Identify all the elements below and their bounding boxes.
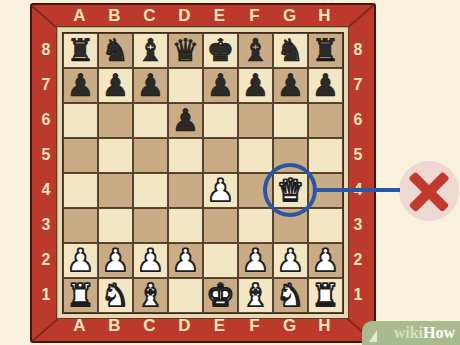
square-c2: ♟ [133,243,168,278]
rank-label-right-6: 6 [350,102,366,137]
square-c6 [133,103,168,138]
black-bishop: ♝ [242,35,270,66]
square-f8: ♝ [238,33,273,68]
square-a6 [63,103,98,138]
rank-label-left-6: 6 [38,102,54,137]
white-pawn: ♟ [137,245,165,276]
square-d5 [168,138,203,173]
black-pawn: ♟ [137,70,165,101]
file-label-bottom-b: B [97,316,132,336]
square-c3 [133,208,168,243]
square-d8: ♛ [168,33,203,68]
white-rook: ♜ [67,280,95,311]
square-h2: ♟ [308,243,343,278]
square-d2: ♟ [168,243,203,278]
square-h3 [308,208,343,243]
rank-label-left-3: 3 [38,207,54,242]
square-h7: ♟ [308,68,343,103]
black-pawn: ♟ [207,70,235,101]
black-knight: ♞ [102,35,130,66]
black-pawn: ♟ [242,70,270,101]
square-e1: ♚ [203,278,238,313]
square-a3 [63,208,98,243]
rank-label-right-3: 3 [350,207,366,242]
square-f1: ♝ [238,278,273,313]
square-d3 [168,208,203,243]
square-f7: ♟ [238,68,273,103]
square-e3 [203,208,238,243]
black-pawn: ♟ [312,70,340,101]
error-badge [399,161,459,221]
square-a8: ♜ [63,33,98,68]
white-knight: ♞ [102,280,130,311]
chess-illustration: ♜♞♝♛♚♝♞♜♟♟♟♟♟♟♟♟♟♛♟♟♟♟♟♟♟♜♞♝♚♝♞♜ AABBCCD… [0,0,460,345]
file-label-bottom-g: G [272,316,307,336]
black-pawn: ♟ [102,70,130,101]
black-bishop: ♝ [137,35,165,66]
file-label-top-g: G [272,6,307,26]
white-pawn: ♟ [172,245,200,276]
black-queen: ♛ [172,35,200,66]
rank-label-right-1: 1 [350,277,366,312]
square-b5 [98,138,133,173]
rank-label-right-8: 8 [350,32,366,67]
wikihow-watermark: wikiHow [362,321,460,345]
file-label-top-d: D [167,6,202,26]
square-e2 [203,243,238,278]
file-label-bottom-d: D [167,316,202,336]
square-d1 [168,278,203,313]
file-label-top-e: E [202,6,237,26]
rank-label-right-5: 5 [350,137,366,172]
square-c5 [133,138,168,173]
square-g7: ♟ [273,68,308,103]
black-rook: ♜ [67,35,95,66]
white-pawn: ♟ [102,245,130,276]
square-c4 [133,173,168,208]
square-e5 [203,138,238,173]
white-bishop: ♝ [242,280,270,311]
black-rook: ♜ [312,35,340,66]
square-h5 [308,138,343,173]
watermark-wiki-text: wiki [394,324,423,342]
square-h1: ♜ [308,278,343,313]
rank-label-left-2: 2 [38,242,54,277]
file-label-top-f: F [237,6,272,26]
white-rook: ♜ [312,280,340,311]
black-pawn: ♟ [277,70,305,101]
white-pawn: ♟ [312,245,340,276]
square-b2: ♟ [98,243,133,278]
watermark-curl-icon [369,330,377,342]
file-label-top-c: C [132,6,167,26]
file-label-bottom-f: F [237,316,272,336]
rank-label-left-4: 4 [38,172,54,207]
square-f5 [238,138,273,173]
file-label-bottom-c: C [132,316,167,336]
rank-label-left-5: 5 [38,137,54,172]
rank-label-right-7: 7 [350,67,366,102]
square-c1: ♝ [133,278,168,313]
square-b4 [98,173,133,208]
black-pawn: ♟ [172,105,200,136]
square-a2: ♟ [63,243,98,278]
square-f3 [238,208,273,243]
rank-label-left-7: 7 [38,67,54,102]
rank-label-right-2: 2 [350,242,366,277]
white-pawn: ♟ [277,245,305,276]
file-label-top-a: A [62,6,97,26]
white-king: ♚ [207,280,235,311]
square-b7: ♟ [98,68,133,103]
file-label-bottom-e: E [202,316,237,336]
queen-highlight-circle [263,163,317,217]
white-knight: ♞ [277,280,305,311]
file-label-bottom-h: H [307,316,342,336]
square-f2: ♟ [238,243,273,278]
rank-label-left-1: 1 [38,277,54,312]
black-king: ♚ [207,35,235,66]
square-b3 [98,208,133,243]
square-a1: ♜ [63,278,98,313]
callout-connector-line [316,188,400,193]
square-g2: ♟ [273,243,308,278]
square-h8: ♜ [308,33,343,68]
file-label-bottom-a: A [62,316,97,336]
watermark-how-text: How [423,324,455,342]
square-b1: ♞ [98,278,133,313]
square-h6 [308,103,343,138]
square-d7 [168,68,203,103]
square-g6 [273,103,308,138]
file-label-top-b: B [97,6,132,26]
square-f6 [238,103,273,138]
square-b8: ♞ [98,33,133,68]
black-pawn: ♟ [67,70,95,101]
square-e7: ♟ [203,68,238,103]
square-g1: ♞ [273,278,308,313]
square-a4 [63,173,98,208]
square-e8: ♚ [203,33,238,68]
rank-label-left-8: 8 [38,32,54,67]
square-d4 [168,173,203,208]
square-c7: ♟ [133,68,168,103]
square-d6: ♟ [168,103,203,138]
square-a7: ♟ [63,68,98,103]
white-pawn: ♟ [242,245,270,276]
square-c8: ♝ [133,33,168,68]
square-e6 [203,103,238,138]
file-label-top-h: H [307,6,342,26]
white-bishop: ♝ [137,280,165,311]
square-g8: ♞ [273,33,308,68]
square-a5 [63,138,98,173]
square-b6 [98,103,133,138]
square-e4: ♟ [203,173,238,208]
white-pawn: ♟ [207,175,235,206]
white-pawn: ♟ [67,245,95,276]
black-knight: ♞ [277,35,305,66]
